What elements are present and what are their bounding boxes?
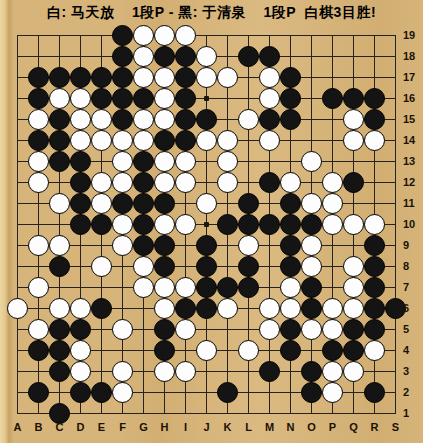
intersection-N19[interactable] (280, 25, 301, 46)
intersection-H12[interactable] (154, 172, 175, 193)
intersection-Q15[interactable] (343, 109, 364, 130)
intersection-N3[interactable] (280, 361, 301, 382)
intersection-H15[interactable] (154, 109, 175, 130)
intersection-J5[interactable] (196, 319, 217, 340)
intersection-K2[interactable] (217, 382, 238, 403)
intersection-J14[interactable] (196, 130, 217, 151)
intersection-N7[interactable] (280, 277, 301, 298)
intersection-A18[interactable] (7, 46, 28, 67)
intersection-G17[interactable] (133, 67, 154, 88)
intersection-F8[interactable] (112, 256, 133, 277)
intersection-E13[interactable] (91, 151, 112, 172)
intersection-L19[interactable] (238, 25, 259, 46)
intersection-M9[interactable] (259, 235, 280, 256)
intersection-M4[interactable] (259, 340, 280, 361)
intersection-K18[interactable] (217, 46, 238, 67)
intersection-E12[interactable] (91, 172, 112, 193)
intersection-C17[interactable] (49, 67, 70, 88)
intersection-N16[interactable] (280, 88, 301, 109)
intersection-D6[interactable] (70, 298, 91, 319)
intersection-P16[interactable] (322, 88, 343, 109)
intersection-P6[interactable] (322, 298, 343, 319)
intersection-F12[interactable] (112, 172, 133, 193)
intersection-J8[interactable] (196, 256, 217, 277)
intersection-K13[interactable] (217, 151, 238, 172)
intersection-R11[interactable] (364, 193, 385, 214)
intersection-L13[interactable] (238, 151, 259, 172)
intersection-N14[interactable] (280, 130, 301, 151)
intersection-C6[interactable] (49, 298, 70, 319)
intersection-A11[interactable] (7, 193, 28, 214)
intersection-E7[interactable] (91, 277, 112, 298)
intersection-F18[interactable] (112, 46, 133, 67)
intersection-B8[interactable] (28, 256, 49, 277)
intersection-B13[interactable] (28, 151, 49, 172)
intersection-P2[interactable] (322, 382, 343, 403)
intersection-L11[interactable] (238, 193, 259, 214)
intersection-J16[interactable] (196, 88, 217, 109)
intersection-G10[interactable] (133, 214, 154, 235)
intersection-F7[interactable] (112, 277, 133, 298)
intersection-H4[interactable] (154, 340, 175, 361)
intersection-O3[interactable] (301, 361, 322, 382)
intersection-B16[interactable] (28, 88, 49, 109)
intersection-I13[interactable] (175, 151, 196, 172)
intersection-O15[interactable] (301, 109, 322, 130)
intersection-N18[interactable] (280, 46, 301, 67)
intersection-R13[interactable] (364, 151, 385, 172)
intersection-E10[interactable] (91, 214, 112, 235)
intersection-B3[interactable] (28, 361, 49, 382)
intersection-F11[interactable] (112, 193, 133, 214)
intersection-Q3[interactable] (343, 361, 364, 382)
intersection-H14[interactable] (154, 130, 175, 151)
intersection-G19[interactable] (133, 25, 154, 46)
intersection-B18[interactable] (28, 46, 49, 67)
intersection-K4[interactable] (217, 340, 238, 361)
intersection-F17[interactable] (112, 67, 133, 88)
intersection-D15[interactable] (70, 109, 91, 130)
intersection-D17[interactable] (70, 67, 91, 88)
intersection-E16[interactable] (91, 88, 112, 109)
intersection-L10[interactable] (238, 214, 259, 235)
intersection-M17[interactable] (259, 67, 280, 88)
intersection-O5[interactable] (301, 319, 322, 340)
intersection-F16[interactable] (112, 88, 133, 109)
intersection-A2[interactable] (7, 382, 28, 403)
intersection-O9[interactable] (301, 235, 322, 256)
intersection-H9[interactable] (154, 235, 175, 256)
intersection-K12[interactable] (217, 172, 238, 193)
intersection-D7[interactable] (70, 277, 91, 298)
intersection-E4[interactable] (91, 340, 112, 361)
intersection-G2[interactable] (133, 382, 154, 403)
intersection-Q19[interactable] (343, 25, 364, 46)
intersection-P3[interactable] (322, 361, 343, 382)
intersection-P18[interactable] (322, 46, 343, 67)
intersection-D19[interactable] (70, 25, 91, 46)
intersection-I8[interactable] (175, 256, 196, 277)
intersection-J7[interactable] (196, 277, 217, 298)
intersection-M5[interactable] (259, 319, 280, 340)
intersection-A19[interactable] (7, 25, 28, 46)
intersection-R19[interactable] (364, 25, 385, 46)
intersection-L16[interactable] (238, 88, 259, 109)
intersection-A13[interactable] (7, 151, 28, 172)
intersection-F6[interactable] (112, 298, 133, 319)
intersection-G8[interactable] (133, 256, 154, 277)
intersection-O7[interactable] (301, 277, 322, 298)
intersection-F2[interactable] (112, 382, 133, 403)
intersection-P15[interactable] (322, 109, 343, 130)
intersection-E11[interactable] (91, 193, 112, 214)
intersection-R5[interactable] (364, 319, 385, 340)
intersection-N10[interactable] (280, 214, 301, 235)
intersection-O6[interactable] (301, 298, 322, 319)
intersection-Q4[interactable] (343, 340, 364, 361)
intersection-E17[interactable] (91, 67, 112, 88)
intersection-R15[interactable] (364, 109, 385, 130)
intersection-B11[interactable] (28, 193, 49, 214)
intersection-M11[interactable] (259, 193, 280, 214)
intersection-D8[interactable] (70, 256, 91, 277)
intersection-R7[interactable] (364, 277, 385, 298)
intersection-I10[interactable] (175, 214, 196, 235)
intersection-A3[interactable] (7, 361, 28, 382)
intersection-D11[interactable] (70, 193, 91, 214)
intersection-K3[interactable] (217, 361, 238, 382)
intersection-J19[interactable] (196, 25, 217, 46)
intersection-O16[interactable] (301, 88, 322, 109)
intersection-N4[interactable] (280, 340, 301, 361)
intersection-P4[interactable] (322, 340, 343, 361)
intersection-C13[interactable] (49, 151, 70, 172)
intersection-D16[interactable] (70, 88, 91, 109)
intersection-G11[interactable] (133, 193, 154, 214)
intersection-J10[interactable] (196, 214, 217, 235)
intersection-A4[interactable] (7, 340, 28, 361)
intersection-H5[interactable] (154, 319, 175, 340)
intersection-P5[interactable] (322, 319, 343, 340)
intersection-Q14[interactable] (343, 130, 364, 151)
intersection-J12[interactable] (196, 172, 217, 193)
intersection-C4[interactable] (49, 340, 70, 361)
intersection-P14[interactable] (322, 130, 343, 151)
intersection-F10[interactable] (112, 214, 133, 235)
intersection-Q12[interactable] (343, 172, 364, 193)
intersection-N8[interactable] (280, 256, 301, 277)
intersection-R12[interactable] (364, 172, 385, 193)
intersection-A9[interactable] (7, 235, 28, 256)
intersection-L12[interactable] (238, 172, 259, 193)
intersection-C12[interactable] (49, 172, 70, 193)
intersection-L4[interactable] (238, 340, 259, 361)
intersection-C8[interactable] (49, 256, 70, 277)
intersection-P8[interactable] (322, 256, 343, 277)
intersection-L6[interactable] (238, 298, 259, 319)
intersection-B17[interactable] (28, 67, 49, 88)
intersection-H18[interactable] (154, 46, 175, 67)
intersection-K7[interactable] (217, 277, 238, 298)
intersection-H13[interactable] (154, 151, 175, 172)
intersection-N6[interactable] (280, 298, 301, 319)
intersection-L3[interactable] (238, 361, 259, 382)
intersection-Q11[interactable] (343, 193, 364, 214)
intersection-I19[interactable] (175, 25, 196, 46)
intersection-Q7[interactable] (343, 277, 364, 298)
intersection-O11[interactable] (301, 193, 322, 214)
intersection-C11[interactable] (49, 193, 70, 214)
intersection-N5[interactable] (280, 319, 301, 340)
intersection-B19[interactable] (28, 25, 49, 46)
intersection-M18[interactable] (259, 46, 280, 67)
intersection-J17[interactable] (196, 67, 217, 88)
intersection-I12[interactable] (175, 172, 196, 193)
intersection-H8[interactable] (154, 256, 175, 277)
intersection-A6[interactable] (7, 298, 28, 319)
intersection-Q2[interactable] (343, 382, 364, 403)
intersection-R17[interactable] (364, 67, 385, 88)
intersection-I6[interactable] (175, 298, 196, 319)
intersection-A15[interactable] (7, 109, 28, 130)
intersection-F3[interactable] (112, 361, 133, 382)
intersection-R6[interactable] (364, 298, 385, 319)
intersection-K16[interactable] (217, 88, 238, 109)
intersection-P13[interactable] (322, 151, 343, 172)
intersection-E2[interactable] (91, 382, 112, 403)
intersection-D3[interactable] (70, 361, 91, 382)
intersection-H7[interactable] (154, 277, 175, 298)
intersection-F19[interactable] (112, 25, 133, 46)
intersection-Q8[interactable] (343, 256, 364, 277)
intersection-R3[interactable] (364, 361, 385, 382)
intersection-O17[interactable] (301, 67, 322, 88)
intersection-A12[interactable] (7, 172, 28, 193)
intersection-G7[interactable] (133, 277, 154, 298)
intersection-H2[interactable] (154, 382, 175, 403)
intersection-M10[interactable] (259, 214, 280, 235)
intersection-I4[interactable] (175, 340, 196, 361)
intersection-M15[interactable] (259, 109, 280, 130)
intersection-B5[interactable] (28, 319, 49, 340)
intersection-C9[interactable] (49, 235, 70, 256)
intersection-H17[interactable] (154, 67, 175, 88)
intersection-E18[interactable] (91, 46, 112, 67)
intersection-I3[interactable] (175, 361, 196, 382)
intersection-N13[interactable] (280, 151, 301, 172)
intersection-M19[interactable] (259, 25, 280, 46)
intersection-M16[interactable] (259, 88, 280, 109)
intersection-A14[interactable] (7, 130, 28, 151)
intersection-D13[interactable] (70, 151, 91, 172)
intersection-R4[interactable] (364, 340, 385, 361)
intersection-P10[interactable] (322, 214, 343, 235)
intersection-F5[interactable] (112, 319, 133, 340)
intersection-Q17[interactable] (343, 67, 364, 88)
intersection-O13[interactable] (301, 151, 322, 172)
intersection-M7[interactable] (259, 277, 280, 298)
intersection-E15[interactable] (91, 109, 112, 130)
intersection-A8[interactable] (7, 256, 28, 277)
intersection-O18[interactable] (301, 46, 322, 67)
intersection-F13[interactable] (112, 151, 133, 172)
intersection-D14[interactable] (70, 130, 91, 151)
intersection-R14[interactable] (364, 130, 385, 151)
intersection-K6[interactable] (217, 298, 238, 319)
intersection-R16[interactable] (364, 88, 385, 109)
intersection-L9[interactable] (238, 235, 259, 256)
intersection-N17[interactable] (280, 67, 301, 88)
intersection-Q16[interactable] (343, 88, 364, 109)
intersection-J11[interactable] (196, 193, 217, 214)
intersection-E5[interactable] (91, 319, 112, 340)
intersection-R10[interactable] (364, 214, 385, 235)
intersection-N2[interactable] (280, 382, 301, 403)
intersection-G15[interactable] (133, 109, 154, 130)
intersection-Q6[interactable] (343, 298, 364, 319)
intersection-M12[interactable] (259, 172, 280, 193)
intersection-P11[interactable] (322, 193, 343, 214)
intersection-O2[interactable] (301, 382, 322, 403)
intersection-R8[interactable] (364, 256, 385, 277)
intersection-B14[interactable] (28, 130, 49, 151)
intersection-J3[interactable] (196, 361, 217, 382)
intersection-H19[interactable] (154, 25, 175, 46)
intersection-I15[interactable] (175, 109, 196, 130)
intersection-D9[interactable] (70, 235, 91, 256)
intersection-C18[interactable] (49, 46, 70, 67)
intersection-P7[interactable] (322, 277, 343, 298)
intersection-E6[interactable] (91, 298, 112, 319)
intersection-O4[interactable] (301, 340, 322, 361)
intersection-J2[interactable] (196, 382, 217, 403)
intersection-I17[interactable] (175, 67, 196, 88)
intersection-J15[interactable] (196, 109, 217, 130)
intersection-H6[interactable] (154, 298, 175, 319)
intersection-P9[interactable] (322, 235, 343, 256)
intersection-R2[interactable] (364, 382, 385, 403)
intersection-E14[interactable] (91, 130, 112, 151)
intersection-M14[interactable] (259, 130, 280, 151)
intersection-K14[interactable] (217, 130, 238, 151)
intersection-G13[interactable] (133, 151, 154, 172)
intersection-A16[interactable] (7, 88, 28, 109)
intersection-K5[interactable] (217, 319, 238, 340)
intersection-M3[interactable] (259, 361, 280, 382)
intersection-C5[interactable] (49, 319, 70, 340)
intersection-I2[interactable] (175, 382, 196, 403)
intersection-E9[interactable] (91, 235, 112, 256)
intersection-R18[interactable] (364, 46, 385, 67)
intersection-P17[interactable] (322, 67, 343, 88)
intersection-F4[interactable] (112, 340, 133, 361)
intersection-B4[interactable] (28, 340, 49, 361)
intersection-D5[interactable] (70, 319, 91, 340)
intersection-G16[interactable] (133, 88, 154, 109)
intersection-D10[interactable] (70, 214, 91, 235)
intersection-L2[interactable] (238, 382, 259, 403)
intersection-B6[interactable] (28, 298, 49, 319)
intersection-M6[interactable] (259, 298, 280, 319)
intersection-O12[interactable] (301, 172, 322, 193)
intersection-H16[interactable] (154, 88, 175, 109)
intersection-I5[interactable] (175, 319, 196, 340)
intersection-G5[interactable] (133, 319, 154, 340)
intersection-D4[interactable] (70, 340, 91, 361)
intersection-D2[interactable] (70, 382, 91, 403)
intersection-C15[interactable] (49, 109, 70, 130)
intersection-O10[interactable] (301, 214, 322, 235)
intersection-G18[interactable] (133, 46, 154, 67)
intersection-I18[interactable] (175, 46, 196, 67)
intersection-L15[interactable] (238, 109, 259, 130)
intersection-N11[interactable] (280, 193, 301, 214)
intersection-B12[interactable] (28, 172, 49, 193)
intersection-A17[interactable] (7, 67, 28, 88)
intersection-J6[interactable] (196, 298, 217, 319)
intersection-M2[interactable] (259, 382, 280, 403)
intersection-H10[interactable] (154, 214, 175, 235)
intersection-C19[interactable] (49, 25, 70, 46)
intersection-C7[interactable] (49, 277, 70, 298)
intersection-K10[interactable] (217, 214, 238, 235)
intersection-E3[interactable] (91, 361, 112, 382)
intersection-B7[interactable] (28, 277, 49, 298)
intersection-E8[interactable] (91, 256, 112, 277)
intersection-G3[interactable] (133, 361, 154, 382)
intersection-J9[interactable] (196, 235, 217, 256)
intersection-L7[interactable] (238, 277, 259, 298)
intersection-O8[interactable] (301, 256, 322, 277)
intersection-D18[interactable] (70, 46, 91, 67)
intersection-K17[interactable] (217, 67, 238, 88)
intersection-P19[interactable] (322, 25, 343, 46)
intersection-C16[interactable] (49, 88, 70, 109)
intersection-G14[interactable] (133, 130, 154, 151)
intersection-L14[interactable] (238, 130, 259, 151)
intersection-L8[interactable] (238, 256, 259, 277)
intersection-I16[interactable] (175, 88, 196, 109)
intersection-I7[interactable] (175, 277, 196, 298)
intersection-K11[interactable] (217, 193, 238, 214)
intersection-Q10[interactable] (343, 214, 364, 235)
intersection-C2[interactable] (49, 382, 70, 403)
intersection-D12[interactable] (70, 172, 91, 193)
intersection-C10[interactable] (49, 214, 70, 235)
intersection-G4[interactable] (133, 340, 154, 361)
intersection-H11[interactable] (154, 193, 175, 214)
intersection-M8[interactable] (259, 256, 280, 277)
intersection-B10[interactable] (28, 214, 49, 235)
intersection-A10[interactable] (7, 214, 28, 235)
intersection-C3[interactable] (49, 361, 70, 382)
intersection-K8[interactable] (217, 256, 238, 277)
intersection-E19[interactable] (91, 25, 112, 46)
intersection-O19[interactable] (301, 25, 322, 46)
intersection-K9[interactable] (217, 235, 238, 256)
intersection-G9[interactable] (133, 235, 154, 256)
intersection-N15[interactable] (280, 109, 301, 130)
intersection-K15[interactable] (217, 109, 238, 130)
intersection-N9[interactable] (280, 235, 301, 256)
intersection-F14[interactable] (112, 130, 133, 151)
intersection-H3[interactable] (154, 361, 175, 382)
intersection-N12[interactable] (280, 172, 301, 193)
intersection-I11[interactable] (175, 193, 196, 214)
intersection-R9[interactable] (364, 235, 385, 256)
intersection-F9[interactable] (112, 235, 133, 256)
intersection-G12[interactable] (133, 172, 154, 193)
